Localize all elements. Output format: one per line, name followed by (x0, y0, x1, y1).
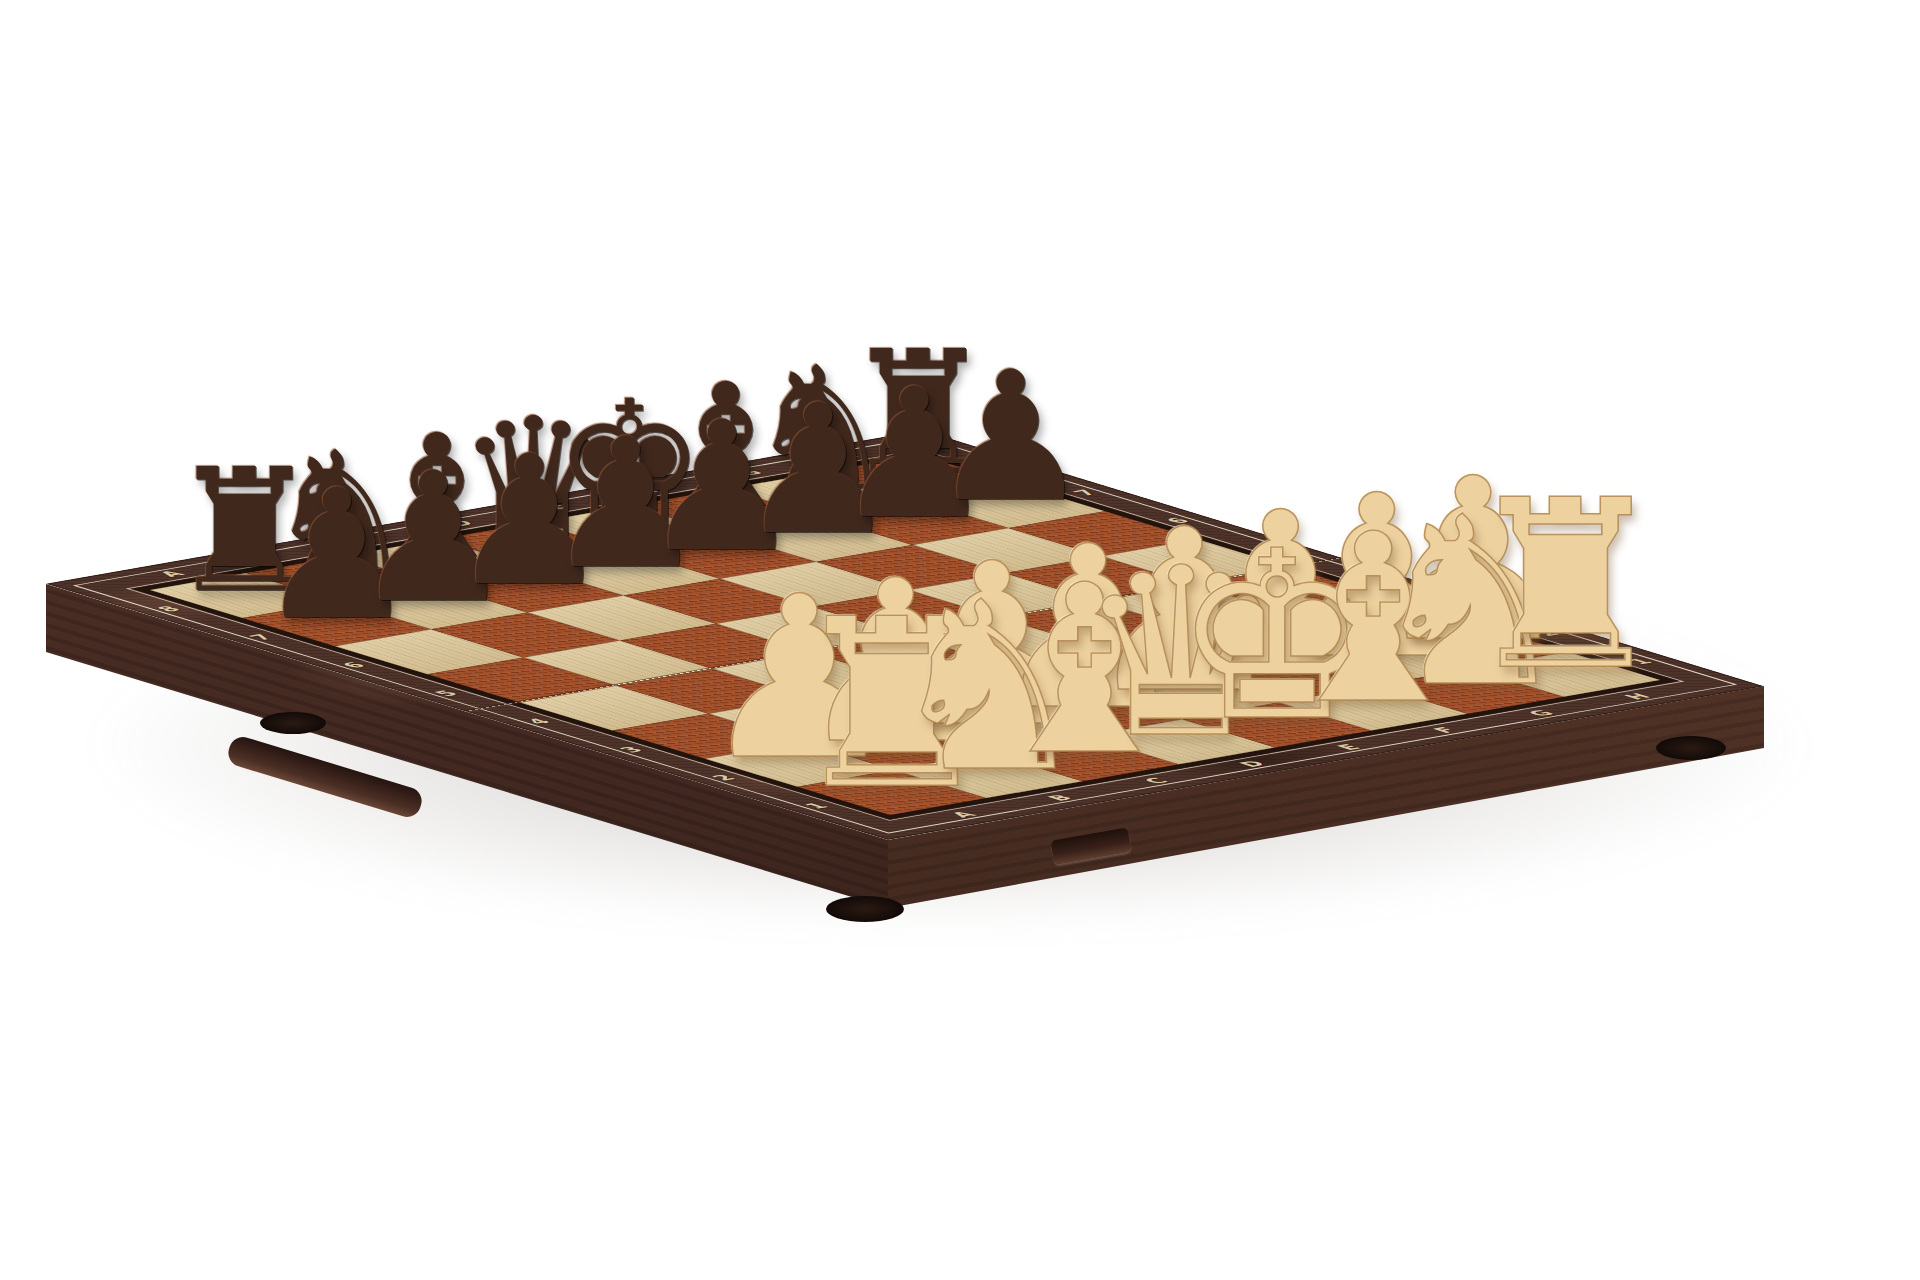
scene: AABBCCDDEEFFGGHH8877665544332211 ♜♞♝♛♚♝♞… (0, 0, 1920, 1280)
rubber-foot (260, 712, 326, 734)
rubber-foot (1656, 736, 1726, 760)
piece-white-rook-h1[interactable]: ♜ (1461, 469, 1670, 702)
rubber-foot (826, 896, 904, 922)
pieces-layer: ♜♞♝♛♚♝♞♜♟♟♟♟♟♟♟♟♟♟♟♟♟♟♟♟♜♞♝♛♚♝♞♜ (0, 0, 1920, 1280)
